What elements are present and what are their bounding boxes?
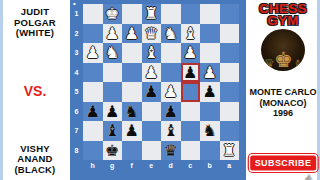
square-e6[interactable] <box>142 102 162 122</box>
square-b2[interactable] <box>200 24 220 44</box>
channel-logo: ♛ ♚ ♝ <box>261 29 305 71</box>
square-g5[interactable] <box>103 82 123 102</box>
piece-white-Q-e2[interactable]: ♛ <box>144 24 158 44</box>
piece-white-P-h3[interactable]: ♟ <box>86 43 100 63</box>
square-h5[interactable] <box>83 82 103 102</box>
left-panel: JUDIT POLGAR (WHITE) VS. VISHY ANAND (BL… <box>0 0 70 180</box>
file-label-e: e <box>142 162 162 169</box>
square-c8[interactable] <box>181 141 201 161</box>
square-h1[interactable] <box>83 4 103 24</box>
file-labels: hgfedcba <box>83 162 239 169</box>
square-c2[interactable]: ♝ <box>181 24 201 44</box>
piece-white-N-d2[interactable]: ♞ <box>164 24 178 44</box>
piece-black-P-e5[interactable]: ♟ <box>144 82 158 102</box>
file-label-d: d <box>161 162 181 169</box>
square-f6[interactable]: ♞ <box>122 102 142 122</box>
square-f4[interactable] <box>122 63 142 83</box>
event-title: MONTE CARLO (MONACO) 1996 <box>250 87 317 119</box>
square-b8[interactable] <box>200 141 220 161</box>
square-g7[interactable]: ♝ <box>103 121 123 141</box>
rank-label-3: 3 <box>70 49 83 56</box>
file-label-h: h <box>83 162 103 169</box>
square-g3[interactable]: ♞ <box>103 43 123 63</box>
piece-white-P-g2[interactable]: ♟ <box>105 24 119 44</box>
square-f2[interactable]: ♟ <box>122 24 142 44</box>
square-h3[interactable]: ♟ <box>83 43 103 63</box>
logo-king-icon: ♚ <box>274 50 293 71</box>
rank-label-8: 8 <box>70 147 83 154</box>
piece-white-P-e4[interactable]: ♟ <box>144 63 158 83</box>
square-b7[interactable]: ♞ <box>200 121 220 141</box>
piece-black-Q-d8[interactable]: ♛ <box>164 141 178 161</box>
square-b6[interactable] <box>200 102 220 122</box>
square-d2[interactable]: ♞ <box>161 24 181 44</box>
square-a2[interactable] <box>220 24 240 44</box>
piece-black-P-c4[interactable]: ♟ <box>183 63 197 83</box>
piece-white-P-f2[interactable]: ♟ <box>125 24 139 44</box>
piece-black-P-g6[interactable]: ♟ <box>105 102 119 122</box>
piece-white-K-g1[interactable]: ♚ <box>105 4 119 24</box>
square-f7[interactable]: ♟ <box>122 121 142 141</box>
square-d1[interactable] <box>161 4 181 24</box>
piece-black-B-d7[interactable]: ♝ <box>164 121 178 141</box>
white-player-name: JUDIT POLGAR (WHITE) <box>14 7 56 39</box>
square-g4[interactable] <box>103 63 123 83</box>
square-a4[interactable] <box>220 63 240 83</box>
file-label-f: f <box>122 162 142 169</box>
board: ♚♜♟♟♛♞♝♟♞♝♟♟♟♟♟♟♟♟♟♞♟♝♟♝♞♚♛♜ <box>83 4 239 160</box>
rank-label-6: 6 <box>70 108 83 115</box>
video-thumbnail: JUDIT POLGAR (WHITE) VS. VISHY ANAND (BL… <box>0 0 320 180</box>
rank-label-7: 7 <box>70 127 83 134</box>
piece-black-P-h6[interactable]: ♟ <box>86 102 100 122</box>
square-f3[interactable] <box>122 43 142 63</box>
square-b5[interactable]: ♟ <box>200 82 220 102</box>
piece-white-R-e1[interactable]: ♜ <box>144 4 158 24</box>
square-a6[interactable] <box>220 102 240 122</box>
square-d4[interactable] <box>161 63 181 83</box>
square-h4[interactable] <box>83 63 103 83</box>
piece-black-K-g8[interactable]: ♚ <box>105 141 119 161</box>
piece-black-P-d6[interactable]: ♟ <box>164 102 178 122</box>
square-g2[interactable]: ♟ <box>103 24 123 44</box>
square-h2[interactable] <box>83 24 103 44</box>
square-d8[interactable]: ♛ <box>161 141 181 161</box>
file-label-g: g <box>103 162 123 169</box>
vs-label: VS. <box>24 83 47 99</box>
square-d6[interactable]: ♟ <box>161 102 181 122</box>
square-h8[interactable] <box>83 141 103 161</box>
piece-white-B-e3[interactable]: ♝ <box>144 43 158 63</box>
square-e5[interactable]: ♟ <box>142 82 162 102</box>
square-d5[interactable]: ♟ <box>161 82 181 102</box>
piece-white-B-c2[interactable]: ♝ <box>183 24 197 44</box>
piece-white-P-b4[interactable]: ♟ <box>203 63 217 83</box>
square-g8[interactable]: ♚ <box>103 141 123 161</box>
square-e4[interactable]: ♟ <box>142 63 162 83</box>
piece-white-R-a8[interactable]: ♜ <box>222 141 236 161</box>
square-g6[interactable]: ♟ <box>103 102 123 122</box>
hand-cursor-icon: ☝ <box>303 172 313 180</box>
piece-black-B-g7[interactable]: ♝ <box>105 121 119 141</box>
piece-black-P-b5[interactable]: ♟ <box>203 82 217 102</box>
square-c7[interactable] <box>181 121 201 141</box>
square-a1[interactable] <box>220 4 240 24</box>
square-a7[interactable] <box>220 121 240 141</box>
rank-label-2: 2 <box>70 30 83 37</box>
square-a8[interactable]: ♜ <box>220 141 240 161</box>
board-frame: • 12345678 ♚♜♟♟♛♞♝♟♞♝♟♟♟♟♟♟♟♟♟♞♟♝♟♝♞♚♛♜ … <box>70 0 246 180</box>
piece-white-P-c3[interactable]: ♟ <box>183 43 197 63</box>
square-e8[interactable] <box>142 141 162 161</box>
square-f1[interactable] <box>122 4 142 24</box>
rank-labels: 12345678 <box>70 4 83 160</box>
square-e2[interactable]: ♛ <box>142 24 162 44</box>
square-e3[interactable]: ♝ <box>142 43 162 63</box>
rank-label-4: 4 <box>70 69 83 76</box>
piece-black-N-f6[interactable]: ♞ <box>125 102 139 122</box>
logo-bishop-icon: ♝ <box>292 58 304 71</box>
square-c1[interactable] <box>181 4 201 24</box>
file-label-a: a <box>220 162 240 169</box>
right-panel: CHESS GYM ♛ ♚ ♝ MONTE CARLO (MONACO) 199… <box>246 0 320 180</box>
square-c6[interactable] <box>181 102 201 122</box>
file-label-c: c <box>181 162 201 169</box>
square-e1[interactable]: ♜ <box>142 4 162 24</box>
square-f8[interactable] <box>122 141 142 161</box>
square-a5[interactable] <box>220 82 240 102</box>
square-b1[interactable] <box>200 4 220 24</box>
square-b4[interactable]: ♟ <box>200 63 220 83</box>
square-e7[interactable] <box>142 121 162 141</box>
piece-white-N-g3[interactable]: ♞ <box>105 43 119 63</box>
square-d7[interactable]: ♝ <box>161 121 181 141</box>
rank-label-1: 1 <box>70 10 83 17</box>
square-c3[interactable]: ♟ <box>181 43 201 63</box>
square-c4[interactable]: ♟ <box>181 63 201 83</box>
piece-black-P-f7[interactable]: ♟ <box>125 121 139 141</box>
square-h6[interactable]: ♟ <box>83 102 103 122</box>
rank-label-5: 5 <box>70 88 83 95</box>
square-d3[interactable] <box>161 43 181 63</box>
piece-black-N-b7[interactable]: ♞ <box>203 121 217 141</box>
square-a3[interactable] <box>220 43 240 63</box>
file-label-b: b <box>200 162 220 169</box>
square-g1[interactable]: ♚ <box>103 4 123 24</box>
square-c5[interactable] <box>181 82 201 102</box>
black-player-name: VISHY ANAND (BLACK) <box>15 144 56 176</box>
subscribe-button[interactable]: SUBSCRIBE <box>249 154 318 172</box>
square-b3[interactable] <box>200 43 220 63</box>
channel-brand: CHESS GYM <box>259 3 307 27</box>
piece-white-P-d5[interactable]: ♟ <box>164 82 178 102</box>
edge-strip-left <box>0 0 3 180</box>
square-h7[interactable] <box>83 121 103 141</box>
square-f5[interactable] <box>122 82 142 102</box>
